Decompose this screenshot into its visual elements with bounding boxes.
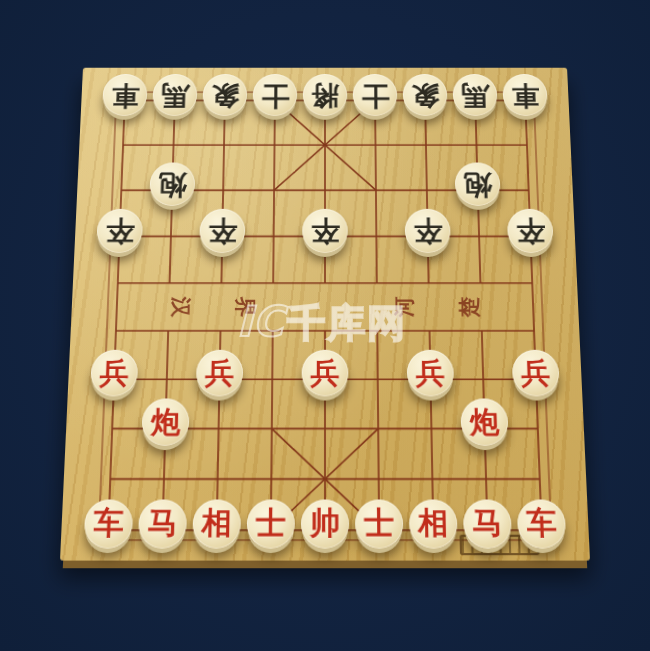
black-soldier-glyph: 卒 [413,217,442,245]
piece-black-advisor-f4[interactable]: 士 [253,74,298,116]
red-horse-glyph: 马 [147,508,178,539]
black-soldier-glyph: 卒 [105,217,135,245]
black-advisor-glyph: 士 [261,82,289,108]
red-advisor-glyph: 士 [364,508,394,539]
black-elephant-glyph: 象 [211,82,239,108]
piece-red-elephant-f3[interactable]: 相 [192,499,241,548]
piece-red-soldier-f9[interactable]: 兵 [512,350,560,397]
piece-red-advisor-f4[interactable]: 士 [247,499,295,548]
red-advisor-glyph: 士 [256,508,286,539]
red-cannon-glyph: 炮 [150,408,180,438]
red-soldier-glyph: 兵 [520,359,551,388]
red-elephant-glyph: 相 [418,508,449,539]
piece-red-soldier-f7[interactable]: 兵 [407,350,454,397]
red-general-glyph: 帅 [310,508,340,539]
black-advisor-glyph: 士 [361,82,389,108]
red-chariot-glyph: 车 [526,508,557,539]
piece-red-advisor-f6[interactable]: 士 [355,499,403,548]
piece-black-soldier-f3[interactable]: 卒 [199,208,245,252]
river-label-han: 汉 [169,297,191,318]
black-cannon-glyph: 炮 [158,171,187,198]
piece-red-elephant-f7[interactable]: 相 [409,499,458,548]
piece-black-soldier-f7[interactable]: 卒 [405,208,451,252]
black-horse-glyph: 馬 [461,82,490,108]
red-soldier-glyph: 兵 [310,359,339,388]
piece-black-horse-f8[interactable]: 馬 [452,74,497,116]
black-chariot-glyph: 車 [110,82,139,108]
river-label-jie: 界 [233,297,254,318]
black-elephant-glyph: 象 [411,82,439,108]
river-label-he: 河 [393,297,414,318]
black-horse-glyph: 馬 [161,82,190,108]
piece-red-horse-f8[interactable]: 马 [463,499,512,548]
piece-black-general-f5[interactable]: 將 [303,74,347,116]
piece-red-general-f5[interactable]: 帅 [301,499,349,548]
black-soldier-glyph: 卒 [208,217,237,245]
black-soldier-glyph: 卒 [515,217,545,245]
xiangqi-board: 汉 界 河 楚 車馬象士將士象馬車炮炮卒卒卒卒卒兵兵兵兵兵炮炮车马相士帅士相马车 [60,68,590,561]
piece-black-elephant-f7[interactable]: 象 [403,74,448,116]
photo-canvas: 汉 界 河 楚 車馬象士將士象馬車炮炮卒卒卒卒卒兵兵兵兵兵炮炮车马相士帅士相马车… [0,0,650,651]
red-horse-glyph: 马 [472,508,503,539]
black-cannon-glyph: 炮 [463,171,492,198]
red-chariot-glyph: 车 [93,508,124,539]
piece-black-advisor-f6[interactable]: 士 [353,74,398,116]
black-general-glyph: 將 [311,82,339,108]
red-soldier-glyph: 兵 [415,359,445,388]
red-elephant-glyph: 相 [201,508,232,539]
black-soldier-glyph: 卒 [311,217,340,245]
piece-red-soldier-f5[interactable]: 兵 [302,350,349,397]
red-soldier-glyph: 兵 [99,359,130,388]
red-soldier-glyph: 兵 [205,359,235,388]
river-label-chu: 楚 [458,297,480,318]
board-grid [60,68,590,561]
piece-black-chariot-f9[interactable]: 車 [502,74,548,116]
black-chariot-glyph: 車 [511,82,540,108]
red-cannon-glyph: 炮 [469,408,499,438]
piece-black-soldier-f5[interactable]: 卒 [302,208,348,252]
